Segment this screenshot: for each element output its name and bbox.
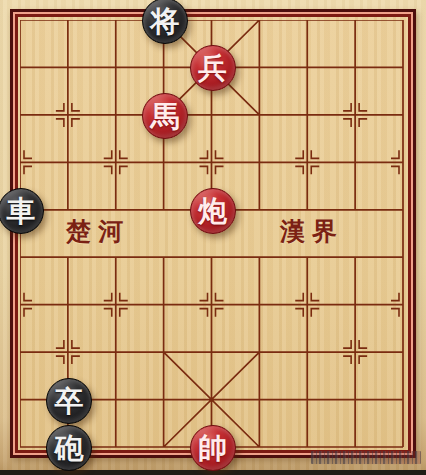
- river-label-left: 楚河: [58, 217, 138, 247]
- piece-black-general[interactable]: 将: [142, 0, 188, 44]
- river-label-right: 漢界: [272, 217, 352, 247]
- piece-black-cannon[interactable]: 砲: [46, 425, 92, 471]
- piece-red-general[interactable]: 帥: [190, 425, 236, 471]
- piece-red-horse[interactable]: 馬: [142, 93, 188, 139]
- piece-black-chariot[interactable]: 車: [0, 188, 44, 234]
- piece-black-soldier[interactable]: 卒: [46, 378, 92, 424]
- xiangqi-board-screenshot: 楚河 漢界 将兵馬車炮卒砲帥: [0, 0, 426, 475]
- piece-red-cannon[interactable]: 炮: [190, 188, 236, 234]
- piece-red-soldier[interactable]: 兵: [190, 45, 236, 91]
- watermark: [311, 451, 421, 464]
